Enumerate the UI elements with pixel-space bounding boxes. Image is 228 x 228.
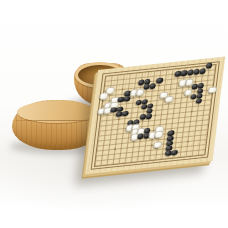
product-photo-scene	[0, 0, 228, 228]
go-board[interactable]	[85, 57, 225, 175]
white-stone	[208, 86, 217, 94]
board-surface	[85, 57, 225, 175]
board-grid	[94, 64, 217, 167]
bowl-lid-seam	[14, 120, 101, 121]
